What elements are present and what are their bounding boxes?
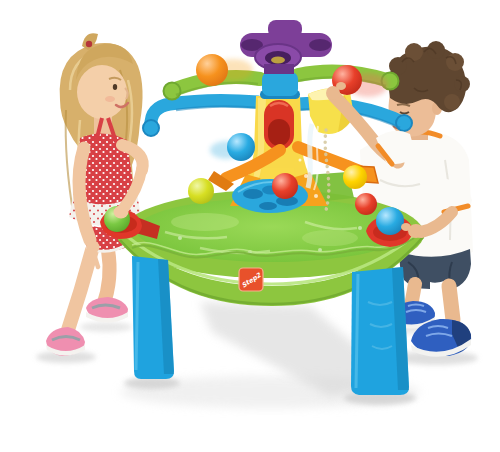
- ball-blue-mid: [227, 133, 255, 161]
- boy-leg-right: [449, 286, 453, 320]
- ball-blue-scoop: [376, 207, 404, 235]
- girl-shoe-right: [86, 297, 128, 323]
- girl-face: [77, 65, 127, 119]
- product-photo: Step2: [0, 0, 500, 452]
- table-leg-right: [351, 267, 409, 395]
- girl-hair-tie: [86, 41, 92, 47]
- ball-orange-spinner: [272, 173, 298, 199]
- ball-red-water: [355, 193, 377, 215]
- ball-orange-track: [196, 54, 228, 86]
- girl-cheek: [105, 96, 115, 102]
- ball-yellowgreen-water: [188, 178, 214, 204]
- girl-shoe-left: [46, 327, 85, 356]
- brand-badge: Step2: [239, 268, 263, 291]
- scene-canvas: Step2: [0, 0, 500, 452]
- girl-eye: [113, 84, 117, 90]
- ball-yellow-ramp: [343, 165, 367, 189]
- tower-blue-ring: [260, 72, 300, 99]
- tower-red-window: [264, 100, 294, 150]
- table-leg-left: [132, 256, 174, 379]
